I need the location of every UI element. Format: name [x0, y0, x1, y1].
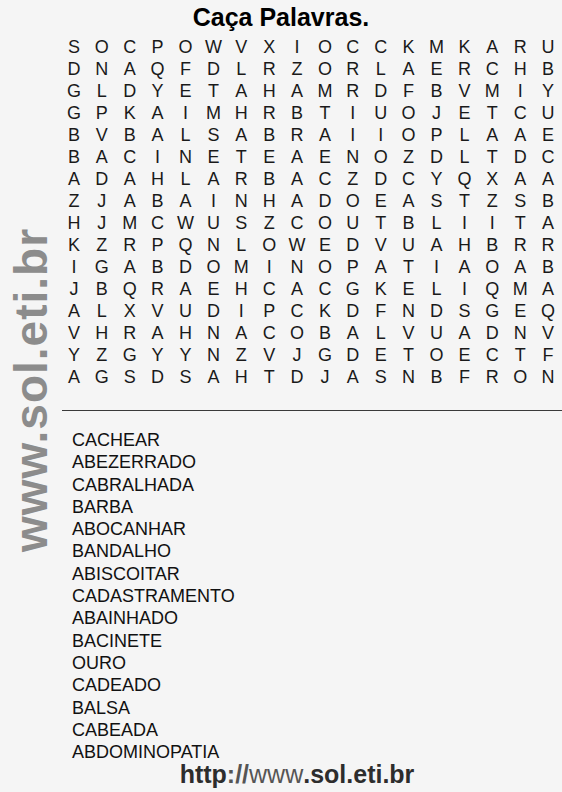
grid-cell: T — [367, 212, 395, 234]
grid-cell: C — [116, 36, 144, 58]
grid-cell: A — [311, 124, 339, 146]
word-list-item: CABRALHADA — [72, 474, 235, 496]
grid-cell: C — [255, 322, 283, 344]
grid-cell: M — [506, 278, 534, 300]
grid-cell: S — [506, 190, 534, 212]
grid-cell: S — [450, 300, 478, 322]
grid-cell: C — [311, 168, 339, 190]
grid-cell: A — [478, 36, 506, 58]
grid-cell: Q — [172, 234, 200, 256]
grid-cell: U — [199, 212, 227, 234]
word-list-item: ABEZERRADO — [72, 451, 235, 473]
grid-cell: Z — [227, 344, 255, 366]
grid-cell: D — [283, 366, 311, 388]
grid-cell: A — [116, 190, 144, 212]
grid-cell: G — [478, 300, 506, 322]
word-list: CACHEARABEZERRADOCABRALHADABARBAABOCANHA… — [72, 429, 235, 763]
grid-cell: Y — [423, 168, 451, 190]
grid-cell: K — [395, 36, 423, 58]
grid-cell: O — [311, 212, 339, 234]
grid-cell: A — [283, 190, 311, 212]
grid-cell: A — [60, 366, 88, 388]
grid-cell: C — [283, 300, 311, 322]
grid-cell: Z — [255, 212, 283, 234]
grid-cell: E — [395, 278, 423, 300]
grid-cell: H — [227, 366, 255, 388]
grid-cell: R — [478, 366, 506, 388]
grid-cell: K — [60, 234, 88, 256]
grid-cell: B — [144, 256, 172, 278]
grid-cell: J — [311, 366, 339, 388]
grid-cell: D — [367, 80, 395, 102]
grid-cell: O — [506, 366, 534, 388]
grid-cell: U — [367, 102, 395, 124]
word-list-item: CACHEAR — [72, 429, 235, 451]
grid-cell: O — [199, 256, 227, 278]
grid-cell: R — [227, 168, 255, 190]
grid-cell: T — [255, 366, 283, 388]
footer-url[interactable]: http://www.sol.eti.br — [0, 760, 562, 789]
grid-cell: T — [199, 80, 227, 102]
grid-cell: V — [88, 124, 116, 146]
grid-cell: D — [88, 168, 116, 190]
grid-cell: O — [255, 234, 283, 256]
grid-cell: E — [450, 102, 478, 124]
grid-cell: U — [423, 322, 451, 344]
grid-cell: P — [144, 234, 172, 256]
grid-cell: D — [116, 80, 144, 102]
grid-cell: S — [423, 190, 451, 212]
grid-cell: W — [283, 234, 311, 256]
word-list-item: CABEADA — [72, 719, 235, 741]
grid-cell: O — [367, 146, 395, 168]
grid-cell: A — [395, 58, 423, 80]
grid-cell: L — [450, 146, 478, 168]
word-list-item: BARBA — [72, 496, 235, 518]
grid-cell: S — [367, 366, 395, 388]
grid-cell: S — [60, 36, 88, 58]
grid-cell: U — [534, 36, 562, 58]
word-list-item: CADEADO — [72, 674, 235, 696]
grid-cell: P — [88, 102, 116, 124]
grid-cell: O — [395, 102, 423, 124]
grid-cell: A — [172, 278, 200, 300]
grid-cell: P — [144, 36, 172, 58]
grid-cell: Y — [172, 344, 200, 366]
grid-cell: H — [88, 322, 116, 344]
footer-url-scheme: http — [180, 760, 227, 788]
grid-cell: G — [60, 102, 88, 124]
grid-cell: R — [506, 36, 534, 58]
grid-cell: P — [423, 124, 451, 146]
grid-cell: F — [534, 344, 562, 366]
grid-cell: N — [395, 366, 423, 388]
grid-cell: N — [339, 146, 367, 168]
grid-cell: L — [423, 278, 451, 300]
grid-cell: T — [478, 146, 506, 168]
grid-cell: V — [227, 36, 255, 58]
grid-cell: A — [450, 322, 478, 344]
grid-cell: B — [255, 168, 283, 190]
grid-cell: Z — [88, 234, 116, 256]
grid-cell: O — [478, 256, 506, 278]
grid-cell: Q — [116, 278, 144, 300]
grid-cell: B — [534, 58, 562, 80]
grid-cell: Q — [478, 278, 506, 300]
grid-cell: Z — [60, 190, 88, 212]
grid-cell: A — [506, 168, 534, 190]
grid-cell: H — [227, 102, 255, 124]
grid-cell: I — [339, 102, 367, 124]
grid-cell: B — [311, 322, 339, 344]
grid-cell: E — [367, 344, 395, 366]
grid-cell: S — [199, 124, 227, 146]
grid-cell: M — [478, 80, 506, 102]
grid-cell: I — [255, 256, 283, 278]
grid-cell: V — [367, 234, 395, 256]
grid-cell: B — [60, 146, 88, 168]
grid-cell: U — [172, 300, 200, 322]
grid-cell: B — [423, 80, 451, 102]
word-list-item: ABAINHADO — [72, 607, 235, 629]
grid-cell: N — [283, 256, 311, 278]
grid-cell: V — [395, 322, 423, 344]
grid-cell: P — [255, 300, 283, 322]
grid-cell: D — [423, 300, 451, 322]
grid-cell: L — [172, 168, 200, 190]
grid-cell: R — [116, 234, 144, 256]
grid-cell: R — [339, 80, 367, 102]
grid-cell: H — [255, 80, 283, 102]
grid-cell: L — [172, 124, 200, 146]
puzzle-title: Caça Palavras. — [0, 3, 562, 32]
word-list-item: ABOCANHAR — [72, 518, 235, 540]
word-search-grid: SOCPOWVXIOCCKMKARUDNAQFDLRZORLAERCHBGLDY… — [60, 36, 562, 388]
grid-cell: I — [450, 212, 478, 234]
grid-cell: Y — [534, 80, 562, 102]
grid-cell: U — [395, 234, 423, 256]
grid-cell: R — [450, 58, 478, 80]
divider — [62, 410, 562, 411]
grid-cell: N — [506, 322, 534, 344]
grid-cell: X — [478, 168, 506, 190]
grid-cell: Z — [283, 58, 311, 80]
grid-cell: E — [311, 146, 339, 168]
grid-cell: R — [506, 234, 534, 256]
grid-cell: D — [506, 146, 534, 168]
grid-cell: M — [423, 36, 451, 58]
grid-cell: E — [311, 234, 339, 256]
grid-cell: L — [88, 300, 116, 322]
grid-cell: B — [534, 256, 562, 278]
grid-cell: C — [506, 102, 534, 124]
grid-cell: I — [199, 190, 227, 212]
grid-cell: W — [172, 212, 200, 234]
grid-cell: R — [283, 124, 311, 146]
grid-cell: B — [116, 124, 144, 146]
footer-url-separator: :// — [227, 760, 249, 788]
grid-cell: Z — [339, 168, 367, 190]
grid-cell: C — [116, 146, 144, 168]
grid-cell: H — [227, 278, 255, 300]
grid-cell: A — [144, 322, 172, 344]
grid-cell: I — [144, 146, 172, 168]
grid-cell: D — [478, 322, 506, 344]
grid-cell: R — [255, 102, 283, 124]
grid-cell: D — [311, 190, 339, 212]
grid-cell: L — [367, 322, 395, 344]
grid-cell: B — [423, 366, 451, 388]
grid-cell: P — [339, 256, 367, 278]
grid-cell: O — [172, 36, 200, 58]
grid-cell: B — [534, 190, 562, 212]
grid-cell: H — [255, 190, 283, 212]
grid-cell: T — [227, 146, 255, 168]
grid-cell: T — [506, 344, 534, 366]
grid-cell: K — [367, 278, 395, 300]
grid-cell: C — [478, 344, 506, 366]
grid-cell: J — [60, 278, 88, 300]
grid-cell: V — [144, 300, 172, 322]
grid-cell: B — [255, 124, 283, 146]
grid-cell: G — [60, 80, 88, 102]
grid-cell: A — [144, 102, 172, 124]
grid-cell: N — [534, 366, 562, 388]
grid-cell: J — [88, 212, 116, 234]
grid-cell: I — [339, 124, 367, 146]
grid-cell: G — [339, 278, 367, 300]
grid-cell: T — [506, 212, 534, 234]
grid-cell: V — [534, 322, 562, 344]
grid-cell: I — [423, 256, 451, 278]
grid-cell: D — [339, 300, 367, 322]
grid-cell: I — [478, 212, 506, 234]
grid-cell: L — [367, 58, 395, 80]
grid-cell: N — [395, 300, 423, 322]
grid-cell: Q — [144, 58, 172, 80]
grid-cell: A — [506, 256, 534, 278]
grid-cell: D — [339, 344, 367, 366]
grid-cell: O — [88, 36, 116, 58]
grid-cell: J — [88, 190, 116, 212]
grid-cell: I — [283, 36, 311, 58]
grid-cell: E — [450, 344, 478, 366]
grid-cell: X — [255, 36, 283, 58]
grid-cell: D — [172, 256, 200, 278]
grid-cell: A — [534, 212, 562, 234]
grid-cell: M — [311, 80, 339, 102]
grid-cell: R — [534, 234, 562, 256]
grid-cell: C — [255, 278, 283, 300]
grid-cell: U — [339, 212, 367, 234]
grid-cell: E — [423, 58, 451, 80]
word-list-item: BACINETE — [72, 630, 235, 652]
grid-cell: C — [311, 278, 339, 300]
grid-cell: Q — [534, 300, 562, 322]
grid-cell: E — [506, 300, 534, 322]
grid-cell: F — [450, 366, 478, 388]
grid-cell: W — [199, 36, 227, 58]
grid-cell: K — [116, 102, 144, 124]
grid-cell: L — [227, 58, 255, 80]
grid-cell: C — [534, 146, 562, 168]
grid-cell: A — [60, 300, 88, 322]
grid-cell: A — [367, 256, 395, 278]
word-list-item: ABISCOITAR — [72, 563, 235, 585]
grid-cell: A — [423, 234, 451, 256]
grid-cell: D — [60, 58, 88, 80]
grid-cell: O — [283, 322, 311, 344]
grid-cell: A — [534, 168, 562, 190]
grid-cell: I — [60, 256, 88, 278]
word-list-item: BANDALHO — [72, 540, 235, 562]
grid-cell: G — [88, 366, 116, 388]
grid-cell: I — [227, 300, 255, 322]
grid-cell: Y — [144, 344, 172, 366]
grid-cell: L — [423, 212, 451, 234]
grid-cell: E — [199, 146, 227, 168]
grid-cell: D — [144, 366, 172, 388]
grid-cell: A — [172, 190, 200, 212]
grid-cell: N — [172, 146, 200, 168]
grid-cell: H — [144, 168, 172, 190]
grid-cell: A — [339, 366, 367, 388]
grid-cell: T — [395, 344, 423, 366]
grid-cell: T — [478, 102, 506, 124]
grid-cell: K — [450, 36, 478, 58]
grid-cell: A — [283, 278, 311, 300]
grid-cell: A — [478, 124, 506, 146]
grid-cell: A — [116, 168, 144, 190]
word-list-item: CADASTRAMENTO — [72, 585, 235, 607]
grid-cell: F — [367, 300, 395, 322]
grid-cell: D — [367, 168, 395, 190]
grid-cell: I — [506, 80, 534, 102]
grid-cell: D — [423, 146, 451, 168]
grid-cell: R — [144, 278, 172, 300]
grid-cell: T — [311, 102, 339, 124]
grid-cell: A — [534, 278, 562, 300]
grid-cell: C — [367, 36, 395, 58]
grid-cell: S — [172, 366, 200, 388]
grid-cell: U — [534, 102, 562, 124]
grid-cell: F — [172, 58, 200, 80]
grid-cell: G — [88, 256, 116, 278]
grid-cell: A — [144, 124, 172, 146]
grid-cell: Z — [395, 146, 423, 168]
grid-cell: A — [199, 366, 227, 388]
grid-cell: H — [506, 58, 534, 80]
grid-cell: B — [88, 278, 116, 300]
grid-cell: C — [478, 58, 506, 80]
grid-cell: B — [478, 234, 506, 256]
grid-cell: A — [227, 322, 255, 344]
grid-cell: C — [395, 168, 423, 190]
footer-url-domain: .sol.eti.br — [303, 760, 414, 788]
grid-cell: A — [283, 80, 311, 102]
grid-cell: A — [506, 124, 534, 146]
grid-cell: E — [255, 146, 283, 168]
grid-cell: D — [199, 300, 227, 322]
grid-cell: A — [60, 168, 88, 190]
grid-cell: T — [395, 256, 423, 278]
grid-cell: T — [450, 190, 478, 212]
grid-cell: S — [227, 212, 255, 234]
grid-cell: H — [60, 212, 88, 234]
grid-cell: F — [395, 80, 423, 102]
grid-cell: M — [227, 256, 255, 278]
grid-cell: O — [311, 36, 339, 58]
grid-cell: Y — [60, 344, 88, 366]
grid-cell: A — [88, 146, 116, 168]
word-list-item: BALSA — [72, 697, 235, 719]
site-watermark: www.sol.eti.br — [4, 170, 56, 610]
grid-cell: L — [88, 80, 116, 102]
grid-cell: R — [339, 58, 367, 80]
grid-cell: N — [199, 322, 227, 344]
grid-cell: B — [283, 102, 311, 124]
grid-cell: D — [339, 234, 367, 256]
grid-cell: R — [255, 58, 283, 80]
grid-cell: N — [199, 344, 227, 366]
grid-cell: E — [172, 80, 200, 102]
grid-cell: L — [227, 234, 255, 256]
grid-cell: Z — [478, 190, 506, 212]
grid-cell: A — [227, 80, 255, 102]
grid-cell: E — [534, 124, 562, 146]
grid-cell: M — [199, 102, 227, 124]
grid-cell: I — [172, 102, 200, 124]
grid-cell: A — [395, 190, 423, 212]
grid-cell: K — [311, 300, 339, 322]
grid-cell: O — [423, 344, 451, 366]
grid-cell: G — [311, 344, 339, 366]
grid-cell: V — [450, 80, 478, 102]
grid-cell: J — [283, 344, 311, 366]
grid-cell: J — [423, 102, 451, 124]
grid-cell: X — [116, 300, 144, 322]
grid-cell: V — [60, 322, 88, 344]
grid-cell: Z — [88, 344, 116, 366]
grid-cell: A — [116, 58, 144, 80]
grid-cell: I — [367, 124, 395, 146]
grid-cell: I — [450, 278, 478, 300]
grid-cell: L — [450, 124, 478, 146]
grid-cell: A — [283, 168, 311, 190]
grid-cell: R — [116, 322, 144, 344]
grid-cell: C — [283, 212, 311, 234]
grid-cell: N — [227, 190, 255, 212]
grid-cell: D — [199, 58, 227, 80]
grid-cell: Y — [144, 80, 172, 102]
grid-cell: A — [227, 124, 255, 146]
grid-cell: A — [339, 322, 367, 344]
footer-url-www: www — [249, 760, 303, 788]
grid-cell: A — [116, 256, 144, 278]
grid-cell: H — [172, 322, 200, 344]
grid-cell: O — [311, 58, 339, 80]
grid-cell: H — [450, 234, 478, 256]
grid-cell: Q — [450, 168, 478, 190]
grid-cell: C — [144, 212, 172, 234]
word-list-item: OURO — [72, 652, 235, 674]
grid-cell: G — [116, 344, 144, 366]
grid-cell: E — [367, 190, 395, 212]
grid-cell: O — [339, 190, 367, 212]
grid-cell: A — [283, 146, 311, 168]
grid-cell: S — [116, 366, 144, 388]
grid-cell: C — [339, 36, 367, 58]
